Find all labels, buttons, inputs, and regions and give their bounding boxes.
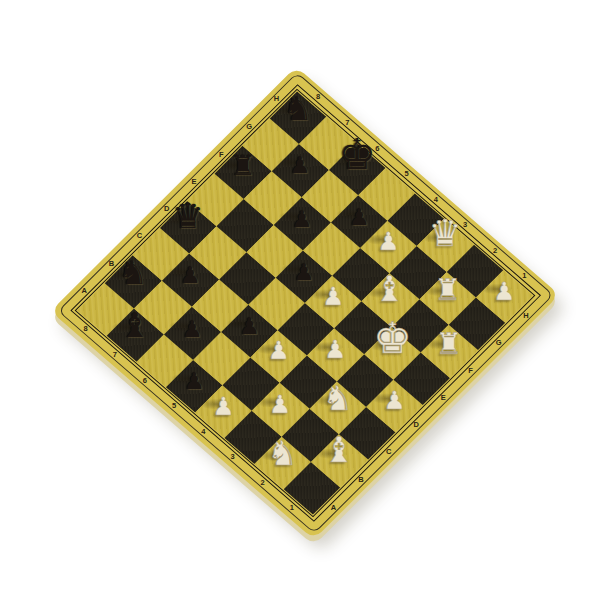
white-bishop-icon: ♝ [375, 272, 406, 307]
black-knight-icon: ♞ [119, 256, 149, 289]
white-pawn-icon: ♟ [493, 279, 515, 304]
white-queen-icon: ♛ [429, 215, 462, 252]
black-pawn-icon: ♟ [182, 317, 203, 340]
black-knight-icon: ♞ [283, 92, 313, 125]
white-pawn-icon: ♟ [377, 229, 399, 254]
black-pawn-icon: ♟ [294, 261, 315, 284]
black-pawn-icon: ♟ [184, 370, 205, 393]
white-pawn-icon: ♟ [212, 394, 234, 419]
black-queen-icon: ♛ [173, 199, 204, 234]
white-king-icon: ♚ [373, 317, 412, 360]
white-pawn-icon: ♟ [322, 284, 344, 309]
white-rook-icon: ♜ [434, 275, 461, 305]
white-knight-icon: ♞ [322, 381, 352, 415]
chess-board: AABBCCDDEEFFGGHH8877665544332211 ♞♛♜♞♝♟♟… [51, 66, 560, 539]
white-pawn-icon: ♟ [267, 339, 289, 364]
product-photo-stage: AABBCCDDEEFFGGHH8877665544332211 ♞♛♜♞♝♟♟… [0, 0, 600, 600]
white-knight-icon: ♞ [267, 436, 297, 470]
white-pawn-icon: ♟ [324, 337, 346, 362]
black-rook-icon: ♜ [231, 152, 256, 180]
black-pawn-icon: ♟ [239, 315, 260, 338]
black-pawn-icon: ♟ [292, 208, 313, 231]
white-rook-icon: ♜ [436, 328, 463, 358]
black-bishop-icon: ♝ [120, 308, 150, 342]
white-pawn-icon: ♟ [269, 392, 291, 417]
black-pawn-icon: ♟ [349, 206, 370, 229]
white-pawn-icon: ♟ [383, 388, 405, 413]
black-pawn-icon: ♟ [290, 155, 311, 178]
white-bishop-icon: ♝ [324, 433, 355, 468]
black-pawn-icon: ♟ [180, 264, 201, 287]
black-king-icon: ♚ [338, 134, 376, 176]
